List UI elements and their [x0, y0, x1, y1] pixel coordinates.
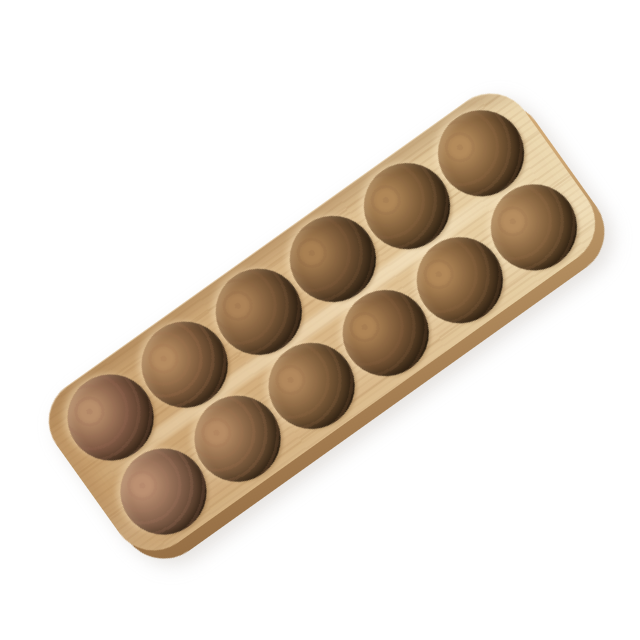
board-face [32, 77, 612, 567]
photo-background [0, 0, 640, 640]
pit-grid [47, 90, 596, 555]
mancala-board [32, 77, 612, 567]
